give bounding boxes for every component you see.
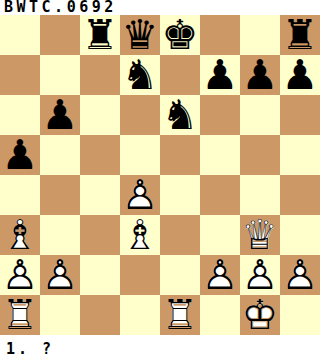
white-pawn-a2[interactable]: ♟♙ xyxy=(0,255,40,295)
square-c8[interactable]: ♜ xyxy=(80,15,120,55)
white-piece-outline: ♔ xyxy=(240,295,280,335)
square-e1[interactable]: ♜♖ xyxy=(160,295,200,335)
square-d2[interactable] xyxy=(120,255,160,295)
square-d4[interactable]: ♟♙ xyxy=(120,175,160,215)
square-e5[interactable] xyxy=(160,135,200,175)
square-f5[interactable] xyxy=(200,135,240,175)
square-a2[interactable]: ♟♙ xyxy=(0,255,40,295)
square-h7[interactable]: ♟ xyxy=(280,55,320,95)
square-a4[interactable] xyxy=(0,175,40,215)
square-f7[interactable]: ♟ xyxy=(200,55,240,95)
white-piece-outline: ♙ xyxy=(120,175,160,215)
black-knight-d7[interactable]: ♞ xyxy=(120,55,160,95)
white-piece-outline: ♕ xyxy=(240,215,280,255)
black-pawn-h7[interactable]: ♟ xyxy=(280,55,320,95)
square-c1[interactable] xyxy=(80,295,120,335)
square-f6[interactable] xyxy=(200,95,240,135)
square-a5[interactable]: ♟ xyxy=(0,135,40,175)
white-piece-outline: ♗ xyxy=(120,215,160,255)
square-a8[interactable] xyxy=(0,15,40,55)
white-pawn-d4[interactable]: ♟♙ xyxy=(120,175,160,215)
white-piece-outline: ♙ xyxy=(0,255,40,295)
square-e8[interactable]: ♚ xyxy=(160,15,200,55)
white-piece-outline: ♙ xyxy=(240,255,280,295)
square-f3[interactable] xyxy=(200,215,240,255)
square-f8[interactable] xyxy=(200,15,240,55)
chess-board: ♜♛♚♜♞♟♟♟♟♞♟♟♙♝♗♝♗♛♕♟♙♟♙♟♙♟♙♟♙♜♖♜♖♚♔ xyxy=(0,15,320,335)
square-b3[interactable] xyxy=(40,215,80,255)
square-g4[interactable] xyxy=(240,175,280,215)
square-g6[interactable] xyxy=(240,95,280,135)
square-g7[interactable]: ♟ xyxy=(240,55,280,95)
white-piece-outline: ♗ xyxy=(0,215,40,255)
square-c7[interactable] xyxy=(80,55,120,95)
square-d5[interactable] xyxy=(120,135,160,175)
white-bishop-a3[interactable]: ♝♗ xyxy=(0,215,40,255)
square-b5[interactable] xyxy=(40,135,80,175)
square-d8[interactable]: ♛ xyxy=(120,15,160,55)
white-bishop-d3[interactable]: ♝♗ xyxy=(120,215,160,255)
white-rook-e1[interactable]: ♜♖ xyxy=(160,295,200,335)
black-pawn-a5[interactable]: ♟ xyxy=(0,135,40,175)
white-piece-outline: ♖ xyxy=(0,295,40,335)
diagram-title: BWTC.0692 xyxy=(0,0,320,15)
square-d1[interactable] xyxy=(120,295,160,335)
square-b1[interactable] xyxy=(40,295,80,335)
square-a7[interactable] xyxy=(0,55,40,95)
square-g8[interactable] xyxy=(240,15,280,55)
square-g1[interactable]: ♚♔ xyxy=(240,295,280,335)
square-c5[interactable] xyxy=(80,135,120,175)
white-queen-g3[interactable]: ♛♕ xyxy=(240,215,280,255)
square-h3[interactable] xyxy=(280,215,320,255)
square-h6[interactable] xyxy=(280,95,320,135)
black-rook-h8[interactable]: ♜ xyxy=(280,15,320,55)
square-d7[interactable]: ♞ xyxy=(120,55,160,95)
square-e2[interactable] xyxy=(160,255,200,295)
square-b7[interactable] xyxy=(40,55,80,95)
black-pawn-f7[interactable]: ♟ xyxy=(200,55,240,95)
square-e4[interactable] xyxy=(160,175,200,215)
white-rook-a1[interactable]: ♜♖ xyxy=(0,295,40,335)
square-a3[interactable]: ♝♗ xyxy=(0,215,40,255)
square-g3[interactable]: ♛♕ xyxy=(240,215,280,255)
square-e7[interactable] xyxy=(160,55,200,95)
white-king-g1[interactable]: ♚♔ xyxy=(240,295,280,335)
square-b4[interactable] xyxy=(40,175,80,215)
square-b2[interactable]: ♟♙ xyxy=(40,255,80,295)
white-piece-outline: ♙ xyxy=(40,255,80,295)
white-piece-outline: ♖ xyxy=(160,295,200,335)
square-d6[interactable] xyxy=(120,95,160,135)
black-knight-e6[interactable]: ♞ xyxy=(160,95,200,135)
square-h1[interactable] xyxy=(280,295,320,335)
white-pawn-g2[interactable]: ♟♙ xyxy=(240,255,280,295)
square-c2[interactable] xyxy=(80,255,120,295)
black-king-e8[interactable]: ♚ xyxy=(160,15,200,55)
square-c4[interactable] xyxy=(80,175,120,215)
square-f4[interactable] xyxy=(200,175,240,215)
square-a1[interactable]: ♜♖ xyxy=(0,295,40,335)
square-f1[interactable] xyxy=(200,295,240,335)
square-b8[interactable] xyxy=(40,15,80,55)
square-h8[interactable]: ♜ xyxy=(280,15,320,55)
square-e6[interactable]: ♞ xyxy=(160,95,200,135)
white-piece-outline: ♙ xyxy=(200,255,240,295)
white-pawn-b2[interactable]: ♟♙ xyxy=(40,255,80,295)
black-queen-d8[interactable]: ♛ xyxy=(120,15,160,55)
square-f2[interactable]: ♟♙ xyxy=(200,255,240,295)
white-piece-outline: ♙ xyxy=(280,255,320,295)
square-h4[interactable] xyxy=(280,175,320,215)
square-e3[interactable] xyxy=(160,215,200,255)
square-b6[interactable]: ♟ xyxy=(40,95,80,135)
square-d3[interactable]: ♝♗ xyxy=(120,215,160,255)
black-rook-c8[interactable]: ♜ xyxy=(80,15,120,55)
white-pawn-h2[interactable]: ♟♙ xyxy=(280,255,320,295)
square-h2[interactable]: ♟♙ xyxy=(280,255,320,295)
square-c3[interactable] xyxy=(80,215,120,255)
square-a6[interactable] xyxy=(0,95,40,135)
black-pawn-b6[interactable]: ♟ xyxy=(40,95,80,135)
black-pawn-g7[interactable]: ♟ xyxy=(240,55,280,95)
square-h5[interactable] xyxy=(280,135,320,175)
square-g2[interactable]: ♟♙ xyxy=(240,255,280,295)
square-g5[interactable] xyxy=(240,135,280,175)
square-c6[interactable] xyxy=(80,95,120,135)
white-pawn-f2[interactable]: ♟♙ xyxy=(200,255,240,295)
